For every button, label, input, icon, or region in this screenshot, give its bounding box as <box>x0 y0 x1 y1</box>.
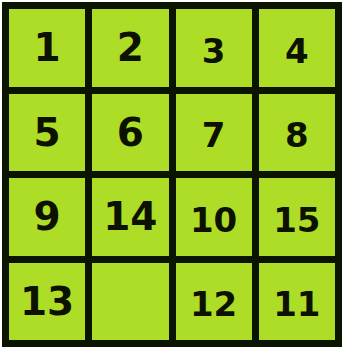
tile-9[interactable]: 9 <box>9 178 85 256</box>
tile-number: 10 <box>190 203 237 237</box>
tile-number: 6 <box>117 113 144 152</box>
tile-number: 7 <box>202 118 226 152</box>
tile-number: 13 <box>20 282 74 321</box>
tile-number: 8 <box>285 118 309 152</box>
tile-12[interactable]: 12 <box>176 263 252 341</box>
tile-number: 3 <box>202 34 226 68</box>
tile-number: 1 <box>34 28 61 67</box>
tile-15[interactable]: 15 <box>259 178 335 256</box>
tile-4[interactable]: 4 <box>259 9 335 87</box>
puzzle-board: 123456789141015131211 <box>2 2 342 347</box>
tile-8[interactable]: 8 <box>259 94 335 172</box>
tile-10[interactable]: 10 <box>176 178 252 256</box>
tile-number: 12 <box>190 287 237 321</box>
tile-11[interactable]: 11 <box>259 263 335 341</box>
empty-cell <box>92 263 168 341</box>
tile-5[interactable]: 5 <box>9 94 85 172</box>
tile-3[interactable]: 3 <box>176 9 252 87</box>
tile-14[interactable]: 14 <box>92 178 168 256</box>
tile-1[interactable]: 1 <box>9 9 85 87</box>
tile-number: 5 <box>34 113 61 152</box>
tile-number: 2 <box>117 28 144 67</box>
tile-6[interactable]: 6 <box>92 94 168 172</box>
tile-7[interactable]: 7 <box>176 94 252 172</box>
tile-2[interactable]: 2 <box>92 9 168 87</box>
tile-number: 4 <box>285 34 309 68</box>
tile-13[interactable]: 13 <box>9 263 85 341</box>
tile-number: 11 <box>273 287 320 321</box>
tile-number: 15 <box>273 203 320 237</box>
tile-number: 9 <box>34 197 61 236</box>
tile-number: 14 <box>103 197 157 236</box>
